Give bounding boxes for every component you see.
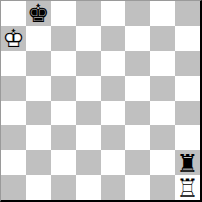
square-g6[interactable] [150,51,175,76]
square-g7[interactable] [150,26,175,51]
square-e2[interactable] [101,150,126,175]
square-d4[interactable] [76,101,101,126]
square-a4[interactable] [1,101,26,126]
square-f2[interactable] [125,150,150,175]
square-g5[interactable] [150,76,175,101]
square-f5[interactable] [125,76,150,101]
square-e4[interactable] [101,101,126,126]
piece-white-king[interactable]: ♔ [2,26,24,51]
square-c6[interactable] [51,51,76,76]
square-d2[interactable] [76,150,101,175]
square-g4[interactable] [150,101,175,126]
square-h5[interactable] [175,76,200,101]
square-d1[interactable] [76,175,101,200]
square-c2[interactable] [51,150,76,175]
square-a5[interactable] [1,76,26,101]
piece-black-rook[interactable]: ♜ [176,150,198,175]
square-c4[interactable] [51,101,76,126]
square-f6[interactable] [125,51,150,76]
square-e1[interactable] [101,175,126,200]
square-h8[interactable] [175,1,200,26]
square-a6[interactable] [1,51,26,76]
square-f3[interactable] [125,125,150,150]
square-f1[interactable] [125,175,150,200]
square-f7[interactable] [125,26,150,51]
square-b6[interactable] [26,51,51,76]
square-c1[interactable] [51,175,76,200]
chess-diagram: ♚♚♔♜♜♖ [0,0,202,202]
square-d6[interactable] [76,51,101,76]
square-b7[interactable] [26,26,51,51]
square-b3[interactable] [26,125,51,150]
chess-board: ♚♚♔♜♜♖ [0,0,202,202]
square-a1[interactable] [1,175,26,200]
square-h3[interactable] [175,125,200,150]
square-a3[interactable] [1,125,26,150]
square-g3[interactable] [150,125,175,150]
piece-white-rook[interactable]: ♖ [176,175,198,200]
square-d7[interactable] [76,26,101,51]
square-h7[interactable] [175,26,200,51]
square-b2[interactable] [26,150,51,175]
square-d8[interactable] [76,1,101,26]
square-c3[interactable] [51,125,76,150]
square-a7[interactable]: ♚♔ [1,26,26,51]
square-d3[interactable] [76,125,101,150]
square-h6[interactable] [175,51,200,76]
square-a2[interactable] [1,150,26,175]
square-g8[interactable] [150,1,175,26]
square-h4[interactable] [175,101,200,126]
square-f4[interactable] [125,101,150,126]
square-g2[interactable] [150,150,175,175]
square-h1[interactable]: ♜♖ [175,175,200,200]
square-a8[interactable] [1,1,26,26]
square-d5[interactable] [76,76,101,101]
square-g1[interactable] [150,175,175,200]
square-h2[interactable]: ♜ [175,150,200,175]
square-b1[interactable] [26,175,51,200]
square-c8[interactable] [51,1,76,26]
piece-black-king[interactable]: ♚ [27,1,49,26]
square-e7[interactable] [101,26,126,51]
square-e8[interactable] [101,1,126,26]
square-c5[interactable] [51,76,76,101]
square-b5[interactable] [26,76,51,101]
square-e3[interactable] [101,125,126,150]
square-e6[interactable] [101,51,126,76]
square-b8[interactable]: ♚ [26,1,51,26]
square-b4[interactable] [26,101,51,126]
square-c7[interactable] [51,26,76,51]
square-e5[interactable] [101,76,126,101]
square-f8[interactable] [125,1,150,26]
